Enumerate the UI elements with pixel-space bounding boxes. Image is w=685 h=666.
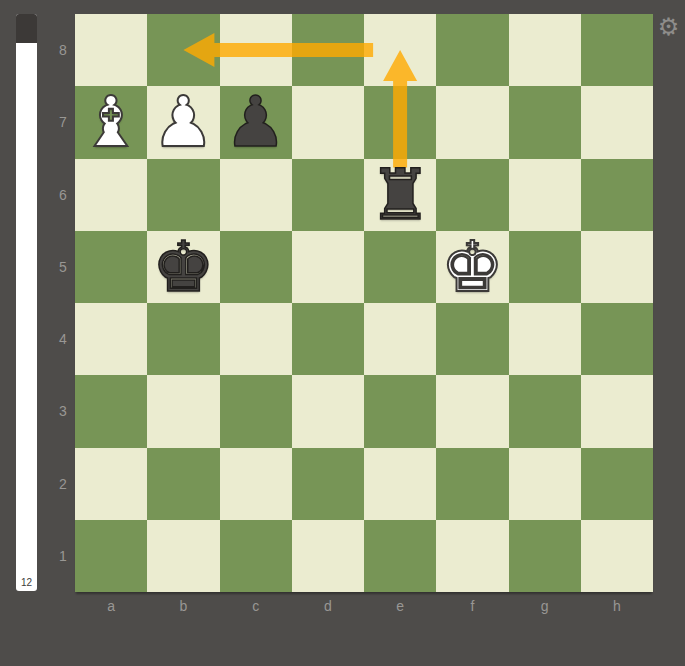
piece-black-pawn-c7[interactable]: ♟: [220, 86, 292, 158]
file-label-h: h: [581, 595, 653, 617]
rank-label-6: 6: [52, 159, 74, 231]
evaluation-bar-black-section: [16, 14, 37, 43]
evaluation-bar: 12: [16, 14, 37, 591]
pieces-layer: ♝♟♟♜♚♚: [75, 14, 653, 592]
file-label-c: c: [220, 595, 292, 617]
rank-label-8: 8: [52, 14, 74, 86]
file-label-g: g: [509, 595, 581, 617]
rank-label-3: 3: [52, 375, 74, 447]
file-label-b: b: [147, 595, 219, 617]
file-label-e: e: [364, 595, 436, 617]
piece-white-pawn-b7[interactable]: ♟: [147, 86, 219, 158]
app-background: 12 87654321 ♝♟♟♜♚♚ abcdefgh ⚙: [0, 0, 685, 666]
piece-white-king-f5[interactable]: ♚: [436, 231, 508, 303]
rank-label-7: 7: [52, 86, 74, 158]
rank-label-1: 1: [52, 520, 74, 592]
settings-gear-icon[interactable]: ⚙: [655, 13, 682, 40]
file-label-f: f: [436, 595, 508, 617]
file-label-d: d: [292, 595, 364, 617]
rank-label-5: 5: [52, 231, 74, 303]
piece-black-rook-e6[interactable]: ♜: [364, 159, 436, 231]
piece-black-king-b5[interactable]: ♚: [147, 231, 219, 303]
rank-label-4: 4: [52, 303, 74, 375]
file-label-a: a: [75, 595, 147, 617]
rank-label-2: 2: [52, 448, 74, 520]
evaluation-value: 12: [16, 578, 37, 588]
piece-white-bishop-a7[interactable]: ♝: [75, 86, 147, 158]
